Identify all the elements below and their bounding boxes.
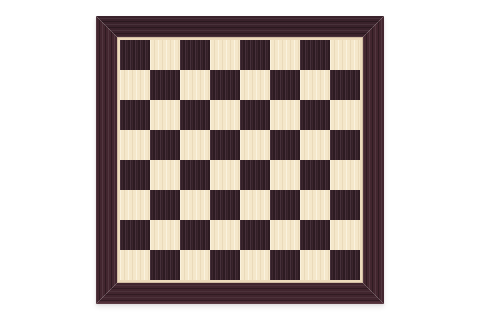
square-e5[interactable] bbox=[240, 130, 270, 160]
square-e6[interactable] bbox=[240, 100, 270, 130]
square-g1[interactable] bbox=[300, 250, 330, 280]
square-h6[interactable] bbox=[330, 100, 360, 130]
square-c1[interactable] bbox=[180, 250, 210, 280]
square-e3[interactable] bbox=[240, 190, 270, 220]
square-f8[interactable] bbox=[270, 40, 300, 70]
square-f2[interactable] bbox=[270, 220, 300, 250]
square-a7[interactable] bbox=[120, 70, 150, 100]
square-c5[interactable] bbox=[180, 130, 210, 160]
square-f6[interactable] bbox=[270, 100, 300, 130]
square-c8[interactable] bbox=[180, 40, 210, 70]
square-d1[interactable] bbox=[210, 250, 240, 280]
square-d5[interactable] bbox=[210, 130, 240, 160]
square-d2[interactable] bbox=[210, 220, 240, 250]
square-f4[interactable] bbox=[270, 160, 300, 190]
square-c7[interactable] bbox=[180, 70, 210, 100]
photo-background bbox=[0, 0, 480, 320]
square-b7[interactable] bbox=[150, 70, 180, 100]
square-g5[interactable] bbox=[300, 130, 330, 160]
square-e4[interactable] bbox=[240, 160, 270, 190]
square-f3[interactable] bbox=[270, 190, 300, 220]
square-d4[interactable] bbox=[210, 160, 240, 190]
chess-board bbox=[96, 16, 384, 304]
square-h1[interactable] bbox=[330, 250, 360, 280]
square-h8[interactable] bbox=[330, 40, 360, 70]
square-h5[interactable] bbox=[330, 130, 360, 160]
square-c6[interactable] bbox=[180, 100, 210, 130]
square-d3[interactable] bbox=[210, 190, 240, 220]
square-a8[interactable] bbox=[120, 40, 150, 70]
square-h4[interactable] bbox=[330, 160, 360, 190]
square-h3[interactable] bbox=[330, 190, 360, 220]
square-b1[interactable] bbox=[150, 250, 180, 280]
square-f7[interactable] bbox=[270, 70, 300, 100]
square-h2[interactable] bbox=[330, 220, 360, 250]
square-a2[interactable] bbox=[120, 220, 150, 250]
square-a4[interactable] bbox=[120, 160, 150, 190]
square-b2[interactable] bbox=[150, 220, 180, 250]
squares-grid bbox=[120, 40, 360, 280]
square-b3[interactable] bbox=[150, 190, 180, 220]
square-c2[interactable] bbox=[180, 220, 210, 250]
square-g4[interactable] bbox=[300, 160, 330, 190]
square-e7[interactable] bbox=[240, 70, 270, 100]
square-f5[interactable] bbox=[270, 130, 300, 160]
board-frame-top bbox=[96, 16, 384, 37]
square-a6[interactable] bbox=[120, 100, 150, 130]
square-d6[interactable] bbox=[210, 100, 240, 130]
square-g2[interactable] bbox=[300, 220, 330, 250]
square-e2[interactable] bbox=[240, 220, 270, 250]
square-c4[interactable] bbox=[180, 160, 210, 190]
square-d8[interactable] bbox=[210, 40, 240, 70]
square-a1[interactable] bbox=[120, 250, 150, 280]
square-e1[interactable] bbox=[240, 250, 270, 280]
square-h7[interactable] bbox=[330, 70, 360, 100]
square-b6[interactable] bbox=[150, 100, 180, 130]
square-b4[interactable] bbox=[150, 160, 180, 190]
square-g6[interactable] bbox=[300, 100, 330, 130]
square-a3[interactable] bbox=[120, 190, 150, 220]
square-g8[interactable] bbox=[300, 40, 330, 70]
square-g7[interactable] bbox=[300, 70, 330, 100]
board-frame-bottom bbox=[96, 283, 384, 304]
square-d7[interactable] bbox=[210, 70, 240, 100]
square-g3[interactable] bbox=[300, 190, 330, 220]
square-c3[interactable] bbox=[180, 190, 210, 220]
square-b5[interactable] bbox=[150, 130, 180, 160]
square-a5[interactable] bbox=[120, 130, 150, 160]
board-frame-left bbox=[96, 16, 117, 304]
square-b8[interactable] bbox=[150, 40, 180, 70]
square-f1[interactable] bbox=[270, 250, 300, 280]
board-frame-right bbox=[363, 16, 384, 304]
square-e8[interactable] bbox=[240, 40, 270, 70]
